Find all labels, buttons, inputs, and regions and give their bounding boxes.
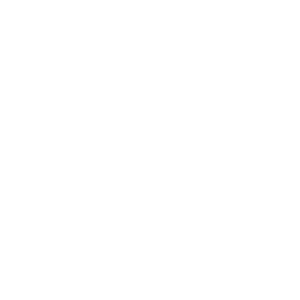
scene [0,0,300,300]
foam-tray [0,0,300,300]
